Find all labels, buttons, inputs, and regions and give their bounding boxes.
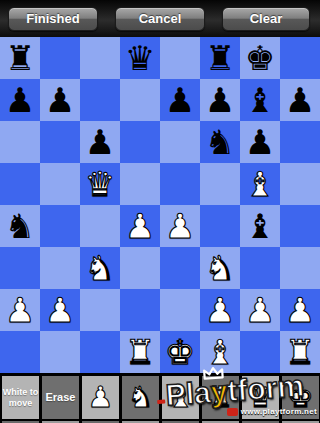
- piece-white-pawn: ♟: [45, 293, 75, 327]
- white-rook-icon: ♜: [208, 383, 234, 412]
- square-g5[interactable]: ♝: [240, 163, 280, 205]
- square-c6[interactable]: ♟: [80, 121, 120, 163]
- piece-white-pawn: ♟: [125, 209, 155, 243]
- square-a1[interactable]: [0, 331, 40, 373]
- piece-white-pawn: ♟: [205, 293, 235, 327]
- square-c3[interactable]: ♞: [80, 247, 120, 289]
- square-h5[interactable]: [280, 163, 320, 205]
- piece-black-pawn: ♟: [85, 125, 115, 159]
- square-g3[interactable]: [240, 247, 280, 289]
- square-f8[interactable]: ♜: [200, 37, 240, 79]
- white-bishop-icon: ♝: [168, 383, 194, 412]
- square-d7[interactable]: [120, 79, 160, 121]
- square-a5[interactable]: [0, 163, 40, 205]
- square-a8[interactable]: ♜: [0, 37, 40, 79]
- square-b4[interactable]: [40, 205, 80, 247]
- square-b1[interactable]: [40, 331, 80, 373]
- piece-white-queen: ♛: [85, 167, 115, 201]
- square-h3[interactable]: [280, 247, 320, 289]
- square-d4[interactable]: ♟: [120, 205, 160, 247]
- piece-black-bishop: ♝: [245, 209, 275, 243]
- square-e6[interactable]: [160, 121, 200, 163]
- square-b3[interactable]: [40, 247, 80, 289]
- palette-white-queen[interactable]: ♛: [242, 376, 279, 419]
- square-e7[interactable]: ♟: [160, 79, 200, 121]
- square-g4[interactable]: ♝: [240, 205, 280, 247]
- piece-white-bishop: ♝: [245, 167, 275, 201]
- square-g7[interactable]: ♝: [240, 79, 280, 121]
- square-h7[interactable]: ♟: [280, 79, 320, 121]
- cancel-button[interactable]: Cancel: [115, 7, 205, 31]
- square-f2[interactable]: ♟: [200, 289, 240, 331]
- square-b8[interactable]: [40, 37, 80, 79]
- square-e3[interactable]: [160, 247, 200, 289]
- square-e2[interactable]: [160, 289, 200, 331]
- white-knight-icon: ♞: [128, 383, 154, 412]
- piece-black-knight: ♞: [5, 209, 35, 243]
- piece-white-rook: ♜: [125, 335, 155, 369]
- clear-button[interactable]: Clear: [222, 7, 310, 31]
- side-to-move-button[interactable]: White to move: [2, 376, 39, 419]
- piece-black-queen: ♛: [125, 41, 155, 75]
- palette-white-rook[interactable]: ♜: [202, 376, 239, 419]
- square-g6[interactable]: ♟: [240, 121, 280, 163]
- square-b6[interactable]: [40, 121, 80, 163]
- white-pawn-icon: ♟: [88, 383, 114, 412]
- square-f6[interactable]: ♞: [200, 121, 240, 163]
- piece-white-rook: ♜: [285, 335, 315, 369]
- square-a4[interactable]: ♞: [0, 205, 40, 247]
- square-h8[interactable]: [280, 37, 320, 79]
- piece-black-pawn: ♟: [165, 83, 195, 117]
- piece-palette: White to moveErase♟♞♝♜♛♚: [2, 376, 319, 419]
- square-c5[interactable]: ♛: [80, 163, 120, 205]
- square-c2[interactable]: [80, 289, 120, 331]
- erase-button[interactable]: Erase: [42, 376, 79, 419]
- square-d1[interactable]: ♜: [120, 331, 160, 373]
- square-a6[interactable]: [0, 121, 40, 163]
- piece-black-pawn: ♟: [45, 83, 75, 117]
- bottom-toolbar: White to moveErase♟♞♝♜♛♚ Playtform www.p…: [0, 373, 320, 423]
- square-e5[interactable]: [160, 163, 200, 205]
- square-h6[interactable]: [280, 121, 320, 163]
- piece-black-bishop: ♝: [245, 83, 275, 117]
- square-b2[interactable]: ♟: [40, 289, 80, 331]
- square-g1[interactable]: [240, 331, 280, 373]
- side-to-move-button-label: White to move: [2, 387, 39, 409]
- piece-black-king: ♚: [245, 41, 275, 75]
- piece-black-rook: ♜: [5, 41, 35, 75]
- piece-white-pawn: ♟: [5, 293, 35, 327]
- square-h2[interactable]: ♟: [280, 289, 320, 331]
- piece-black-rook: ♜: [205, 41, 235, 75]
- chess-app-screen: Finished Cancel Clear ♜♛♜♚♟♟♟♟♝♟♟♞♟♛♝♞♟♟…: [0, 0, 320, 423]
- square-c1[interactable]: [80, 331, 120, 373]
- palette-white-bishop[interactable]: ♝: [162, 376, 199, 419]
- piece-black-pawn: ♟: [5, 83, 35, 117]
- square-g2[interactable]: ♟: [240, 289, 280, 331]
- square-d2[interactable]: [120, 289, 160, 331]
- square-f7[interactable]: ♟: [200, 79, 240, 121]
- square-f4[interactable]: [200, 205, 240, 247]
- piece-black-pawn: ♟: [205, 83, 235, 117]
- finished-button[interactable]: Finished: [8, 7, 98, 31]
- square-h1[interactable]: ♜: [280, 331, 320, 373]
- square-f1[interactable]: ♝: [200, 331, 240, 373]
- square-a7[interactable]: ♟: [0, 79, 40, 121]
- square-b7[interactable]: ♟: [40, 79, 80, 121]
- piece-white-knight: ♞: [85, 251, 115, 285]
- erase-button-label: Erase: [46, 391, 76, 404]
- square-e8[interactable]: [160, 37, 200, 79]
- piece-black-pawn: ♟: [285, 83, 315, 117]
- square-a2[interactable]: ♟: [0, 289, 40, 331]
- square-g8[interactable]: ♚: [240, 37, 280, 79]
- square-c4[interactable]: [80, 205, 120, 247]
- piece-white-pawn: ♟: [285, 293, 315, 327]
- piece-black-knight: ♞: [205, 125, 235, 159]
- palette-white-king[interactable]: ♚: [282, 376, 319, 419]
- square-d5[interactable]: [120, 163, 160, 205]
- square-d8[interactable]: ♛: [120, 37, 160, 79]
- square-f3[interactable]: ♞: [200, 247, 240, 289]
- piece-white-bishop: ♝: [205, 335, 235, 369]
- chess-board: ♜♛♜♚♟♟♟♟♝♟♟♞♟♛♝♞♟♟♝♞♞♟♟♟♟♟♜♚♝♜: [0, 37, 320, 373]
- square-e1[interactable]: ♚: [160, 331, 200, 373]
- palette-white-pawn[interactable]: ♟: [82, 376, 119, 419]
- white-queen-icon: ♛: [248, 383, 274, 412]
- white-king-icon: ♚: [288, 383, 314, 412]
- square-d3[interactable]: [120, 247, 160, 289]
- square-f5[interactable]: [200, 163, 240, 205]
- top-toolbar: Finished Cancel Clear: [0, 0, 320, 37]
- square-e4[interactable]: ♟: [160, 205, 200, 247]
- square-h4[interactable]: [280, 205, 320, 247]
- square-a3[interactable]: [0, 247, 40, 289]
- piece-black-pawn: ♟: [245, 125, 275, 159]
- piece-white-pawn: ♟: [245, 293, 275, 327]
- piece-white-pawn: ♟: [165, 209, 195, 243]
- square-c7[interactable]: [80, 79, 120, 121]
- square-c8[interactable]: [80, 37, 120, 79]
- palette-white-knight[interactable]: ♞: [122, 376, 159, 419]
- square-b5[interactable]: [40, 163, 80, 205]
- square-d6[interactable]: [120, 121, 160, 163]
- piece-white-king: ♚: [165, 335, 195, 369]
- piece-white-knight: ♞: [205, 251, 235, 285]
